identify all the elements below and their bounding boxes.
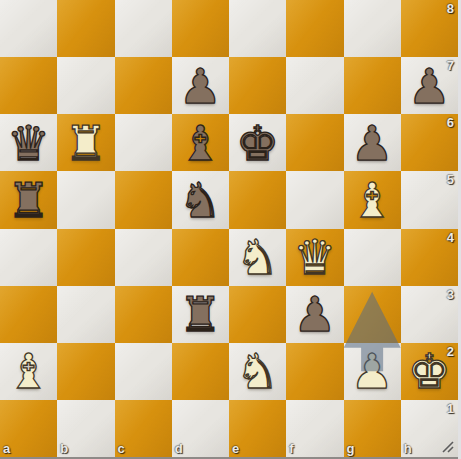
- rank-label-3: 3: [447, 287, 454, 302]
- square-c5[interactable]: [115, 171, 172, 228]
- square-f5[interactable]: [286, 171, 343, 228]
- square-b4[interactable]: [57, 229, 114, 286]
- square-h8[interactable]: 8: [401, 0, 458, 57]
- square-d6[interactable]: ♝: [172, 114, 229, 171]
- square-b3[interactable]: [57, 286, 114, 343]
- square-e6[interactable]: ♚: [229, 114, 286, 171]
- square-f8[interactable]: [286, 0, 343, 57]
- square-e2[interactable]: ♞: [229, 343, 286, 400]
- square-h4[interactable]: 4: [401, 229, 458, 286]
- file-label-b: b: [60, 441, 68, 456]
- square-g6[interactable]: ♟: [344, 114, 401, 171]
- square-a3[interactable]: [0, 286, 57, 343]
- piece-black-knight[interactable]: ♞: [172, 171, 229, 228]
- piece-white-queen[interactable]: ♛: [286, 229, 343, 286]
- square-e5[interactable]: [229, 171, 286, 228]
- square-f4[interactable]: ♛: [286, 229, 343, 286]
- square-a4[interactable]: [0, 229, 57, 286]
- square-g8[interactable]: [344, 0, 401, 57]
- square-d8[interactable]: [172, 0, 229, 57]
- square-e4[interactable]: ♞: [229, 229, 286, 286]
- piece-white-knight[interactable]: ♞: [229, 229, 286, 286]
- square-e8[interactable]: [229, 0, 286, 57]
- square-g5[interactable]: ♝: [344, 171, 401, 228]
- file-label-d: d: [175, 441, 183, 456]
- square-c3[interactable]: [115, 286, 172, 343]
- square-g1[interactable]: g: [344, 400, 401, 457]
- square-g7[interactable]: [344, 57, 401, 114]
- piece-white-rook[interactable]: ♜: [57, 114, 114, 171]
- piece-black-rook[interactable]: ♜: [172, 286, 229, 343]
- piece-white-bishop[interactable]: ♝: [0, 343, 57, 400]
- file-label-e: e: [232, 441, 239, 456]
- piece-white-knight[interactable]: ♞: [229, 343, 286, 400]
- piece-white-pawn[interactable]: ♟: [344, 343, 401, 400]
- square-c2[interactable]: [115, 343, 172, 400]
- file-label-c: c: [118, 441, 125, 456]
- file-label-a: a: [3, 441, 10, 456]
- square-e1[interactable]: e: [229, 400, 286, 457]
- square-a7[interactable]: [0, 57, 57, 114]
- rank-label-1: 1: [447, 401, 454, 416]
- resize-handle[interactable]: [442, 441, 454, 453]
- square-a5[interactable]: ♜: [0, 171, 57, 228]
- square-b7[interactable]: [57, 57, 114, 114]
- square-h3[interactable]: 3: [401, 286, 458, 343]
- file-label-h: h: [404, 441, 412, 456]
- square-g4[interactable]: [344, 229, 401, 286]
- square-h6[interactable]: 6: [401, 114, 458, 171]
- square-d3[interactable]: ♜: [172, 286, 229, 343]
- piece-black-pawn[interactable]: ♟: [286, 286, 343, 343]
- square-h5[interactable]: 5: [401, 171, 458, 228]
- square-e7[interactable]: [229, 57, 286, 114]
- square-c1[interactable]: c: [115, 400, 172, 457]
- rank-label-5: 5: [447, 172, 454, 187]
- square-h7[interactable]: ♟7: [401, 57, 458, 114]
- square-b8[interactable]: [57, 0, 114, 57]
- square-a2[interactable]: ♝: [0, 343, 57, 400]
- square-f2[interactable]: [286, 343, 343, 400]
- piece-black-pawn[interactable]: ♟: [172, 57, 229, 114]
- square-f7[interactable]: [286, 57, 343, 114]
- square-f1[interactable]: f: [286, 400, 343, 457]
- square-h2[interactable]: ♚2: [401, 343, 458, 400]
- square-a8[interactable]: [0, 0, 57, 57]
- square-b6[interactable]: ♜: [57, 114, 114, 171]
- file-label-g: g: [347, 441, 355, 456]
- piece-black-queen[interactable]: ♛: [0, 114, 57, 171]
- square-d4[interactable]: [172, 229, 229, 286]
- square-f3[interactable]: ♟: [286, 286, 343, 343]
- square-a1[interactable]: a: [0, 400, 57, 457]
- square-c4[interactable]: [115, 229, 172, 286]
- square-d2[interactable]: [172, 343, 229, 400]
- square-c6[interactable]: [115, 114, 172, 171]
- piece-black-pawn[interactable]: ♟: [344, 114, 401, 171]
- board-frame: 8♟♟7♛♜♝♚♟6♜♞♝5♞♛4♜♟3♝♞♟♚2abcdefgh1: [0, 0, 461, 459]
- file-label-f: f: [289, 441, 293, 456]
- square-b1[interactable]: b: [57, 400, 114, 457]
- square-a6[interactable]: ♛: [0, 114, 57, 171]
- square-d1[interactable]: d: [172, 400, 229, 457]
- piece-black-rook[interactable]: ♜: [0, 171, 57, 228]
- square-g3[interactable]: [344, 286, 401, 343]
- square-d7[interactable]: ♟: [172, 57, 229, 114]
- square-c8[interactable]: [115, 0, 172, 57]
- piece-black-king[interactable]: ♚: [229, 114, 286, 171]
- rank-label-4: 4: [447, 230, 454, 245]
- chess-board: 8♟♟7♛♜♝♚♟6♜♞♝5♞♛4♜♟3♝♞♟♚2abcdefgh1: [0, 0, 458, 459]
- rank-label-8: 8: [447, 1, 454, 16]
- square-b2[interactable]: [57, 343, 114, 400]
- square-b5[interactable]: [57, 171, 114, 228]
- square-f6[interactable]: [286, 114, 343, 171]
- square-e3[interactable]: [229, 286, 286, 343]
- piece-white-king[interactable]: ♚: [401, 343, 458, 400]
- rank-label-6: 6: [447, 115, 454, 130]
- square-c7[interactable]: [115, 57, 172, 114]
- piece-black-bishop[interactable]: ♝: [172, 114, 229, 171]
- square-d5[interactable]: ♞: [172, 171, 229, 228]
- piece-white-bishop[interactable]: ♝: [344, 171, 401, 228]
- piece-black-pawn[interactable]: ♟: [401, 57, 458, 114]
- square-g2[interactable]: ♟: [344, 343, 401, 400]
